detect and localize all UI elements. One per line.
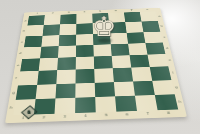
square-c4[interactable] [76, 34, 93, 46]
square-f1[interactable] [18, 71, 39, 85]
square-f3[interactable] [56, 70, 75, 84]
square-e6[interactable] [112, 55, 132, 68]
coord-label: 2 [33, 115, 54, 120]
square-f6[interactable] [113, 68, 133, 82]
square-d1[interactable] [22, 47, 41, 59]
square-d3[interactable] [58, 45, 76, 57]
square-f4[interactable] [76, 69, 95, 83]
square-b2[interactable] [43, 25, 60, 36]
square-c1[interactable] [24, 35, 43, 47]
coord-label: 6 [116, 113, 137, 118]
square-c3[interactable] [59, 34, 76, 46]
square-e4[interactable] [76, 56, 95, 69]
square-d5[interactable] [93, 44, 111, 56]
square-g6[interactable] [114, 81, 135, 96]
square-b3[interactable] [59, 24, 76, 35]
square-h8[interactable] [155, 94, 178, 110]
square-h3[interactable] [55, 98, 76, 114]
square-g7[interactable] [133, 80, 155, 95]
square-f5[interactable] [94, 68, 114, 82]
square-b4[interactable] [76, 23, 93, 34]
square-a2[interactable] [44, 15, 61, 25]
square-b1[interactable] [26, 25, 44, 36]
square-d4[interactable] [76, 45, 94, 57]
square-d2[interactable] [40, 46, 59, 58]
square-h5[interactable] [95, 96, 116, 112]
square-e1[interactable] [20, 58, 40, 71]
square-c8[interactable] [143, 31, 162, 43]
white-king-piece[interactable]: ♚ [92, 13, 116, 40]
square-f2[interactable] [37, 70, 57, 84]
square-h6[interactable] [115, 95, 137, 111]
square-e3[interactable] [57, 57, 76, 70]
square-g3[interactable] [55, 83, 75, 98]
coord-label: 7 [137, 112, 158, 117]
square-e5[interactable] [94, 56, 113, 69]
coord-label: 8 [158, 111, 180, 116]
square-g2[interactable] [36, 84, 57, 99]
coord-label: 5 [96, 113, 117, 118]
square-e7[interactable] [130, 55, 150, 68]
brand-logo: ♞ [22, 106, 37, 118]
square-e8[interactable] [148, 54, 169, 67]
square-b8[interactable] [142, 21, 161, 32]
square-d8[interactable] [145, 42, 165, 54]
coord-label: 4 [75, 114, 96, 119]
square-a1[interactable] [27, 15, 44, 25]
square-e2[interactable] [39, 58, 58, 71]
square-g4[interactable] [75, 82, 95, 97]
square-f7[interactable] [131, 67, 152, 81]
square-h7[interactable] [135, 95, 158, 111]
square-a8[interactable] [140, 11, 158, 21]
square-a4[interactable] [76, 14, 92, 24]
coord-label: 3 [54, 115, 75, 120]
background-cloth: 12345678 12345678 abcdefgh abcdefgh ♞ ♚ [0, 0, 200, 134]
square-d6[interactable] [111, 44, 130, 56]
square-f8[interactable] [150, 66, 172, 80]
square-g5[interactable] [95, 82, 115, 97]
square-g8[interactable] [152, 80, 174, 95]
square-c2[interactable] [41, 35, 59, 47]
square-g1[interactable] [16, 84, 37, 99]
square-d7[interactable] [128, 43, 147, 55]
square-a3[interactable] [60, 14, 76, 24]
square-a7[interactable] [124, 12, 142, 22]
square-c7[interactable] [127, 32, 146, 44]
square-b7[interactable] [125, 22, 143, 33]
square-h4[interactable] [75, 97, 96, 113]
knight-logo-icon: ♞ [26, 109, 33, 115]
